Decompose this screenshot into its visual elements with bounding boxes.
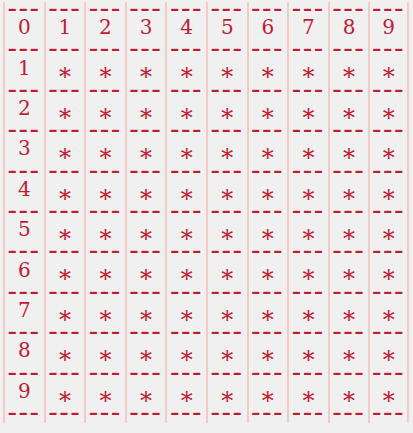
dash-separator: ––– xyxy=(208,2,247,15)
header-cell-value: 9 xyxy=(5,379,44,406)
grid-cell: –––* xyxy=(165,285,206,325)
hidden-cell-value: * xyxy=(46,96,85,123)
dash-separator: ––– xyxy=(167,2,206,15)
grid-cell: –––* xyxy=(368,366,409,406)
dash-separator: ––– xyxy=(249,406,288,419)
grid-cell: –––* xyxy=(125,123,166,163)
hidden-cell-value: * xyxy=(127,257,166,284)
grid-cell: –––* xyxy=(165,42,206,82)
dash-separator: ––– xyxy=(86,325,125,338)
hidden-cell-value: * xyxy=(167,257,206,284)
hidden-cell-value: * xyxy=(46,338,85,365)
grid-bottom-border-cell: ––– xyxy=(84,406,125,423)
grid-cell: –––* xyxy=(328,285,369,325)
grid-cell: –––6 xyxy=(3,244,44,284)
grid-cell: –––* xyxy=(287,123,328,163)
dash-separator: ––– xyxy=(370,42,407,55)
header-cell-value: 5 xyxy=(5,217,44,244)
grid-cell: –––* xyxy=(44,204,85,244)
dash-separator: ––– xyxy=(127,164,166,177)
dash-separator: ––– xyxy=(208,42,247,55)
hidden-cell-value: * xyxy=(249,379,288,406)
dash-separator: ––– xyxy=(289,42,328,55)
grid-cell: –––* xyxy=(206,164,247,204)
hidden-cell-value: * xyxy=(46,298,85,325)
dash-separator: ––– xyxy=(289,204,328,217)
grid-cell: –––* xyxy=(84,366,125,406)
dash-separator: ––– xyxy=(86,204,125,217)
hidden-cell-value: * xyxy=(289,379,328,406)
dash-separator: ––– xyxy=(46,204,85,217)
hidden-cell-value: * xyxy=(289,136,328,163)
hidden-cell-value: * xyxy=(86,298,125,325)
dash-separator: ––– xyxy=(5,406,44,419)
header-cell-value: 3 xyxy=(5,136,44,163)
dash-separator: ––– xyxy=(46,123,85,136)
dash-separator: ––– xyxy=(167,285,206,298)
dash-separator: ––– xyxy=(5,83,44,96)
dash-separator: ––– xyxy=(46,42,85,55)
dash-separator: ––– xyxy=(167,83,206,96)
hidden-cell-value: * xyxy=(46,379,85,406)
grid-cell: –––3 xyxy=(3,123,44,163)
dash-separator: ––– xyxy=(86,83,125,96)
dash-separator: ––– xyxy=(127,42,166,55)
hidden-cell-value: * xyxy=(167,55,206,82)
grid-cell: –––2 xyxy=(3,83,44,123)
hidden-cell-value: * xyxy=(249,257,288,284)
dash-separator: ––– xyxy=(127,406,166,419)
header-cell-value: 4 xyxy=(167,15,206,42)
hidden-cell-value: * xyxy=(330,217,369,244)
dash-separator: ––– xyxy=(330,244,369,257)
hidden-cell-value: * xyxy=(289,96,328,123)
grid-bottom-border-cell: ––– xyxy=(125,406,166,423)
grid-cell: –––* xyxy=(328,204,369,244)
dash-separator: ––– xyxy=(46,406,85,419)
dash-separator: ––– xyxy=(330,42,369,55)
dash-separator: ––– xyxy=(46,366,85,379)
hidden-cell-value: * xyxy=(86,96,125,123)
grid-cell: –––* xyxy=(368,164,409,204)
grid-cell: –––* xyxy=(84,42,125,82)
hidden-cell-value: * xyxy=(289,298,328,325)
grid-cell: –––* xyxy=(287,42,328,82)
dash-separator: ––– xyxy=(208,366,247,379)
header-cell-value: 5 xyxy=(208,15,247,42)
hidden-cell-value: * xyxy=(249,55,288,82)
grid-cell: –––4 xyxy=(165,2,206,42)
hidden-cell-value: * xyxy=(208,96,247,123)
grid-cell: –––* xyxy=(44,123,85,163)
grid-cell: –––* xyxy=(165,204,206,244)
dash-separator: ––– xyxy=(5,244,44,257)
grid-cell: –––* xyxy=(287,204,328,244)
grid-cell: –––* xyxy=(328,42,369,82)
grid-cell: –––1 xyxy=(44,2,85,42)
hidden-cell-value: * xyxy=(370,177,407,204)
dash-separator: ––– xyxy=(5,285,44,298)
dash-separator: ––– xyxy=(86,366,125,379)
hidden-cell-value: * xyxy=(249,96,288,123)
grid-cell: –––8 xyxy=(328,2,369,42)
grid-cell: –––6 xyxy=(247,2,288,42)
dash-separator: ––– xyxy=(208,285,247,298)
grid-cell: –––0 xyxy=(3,2,44,42)
hidden-cell-value: * xyxy=(330,136,369,163)
dash-separator: ––– xyxy=(167,406,206,419)
dash-separator: ––– xyxy=(249,204,288,217)
dash-separator: ––– xyxy=(167,366,206,379)
dash-separator: ––– xyxy=(5,366,44,379)
hidden-cell-value: * xyxy=(330,257,369,284)
header-cell-value: 4 xyxy=(5,177,44,204)
hidden-cell-value: * xyxy=(289,338,328,365)
grid-cell: –––3 xyxy=(125,2,166,42)
header-cell-value: 2 xyxy=(5,96,44,123)
grid-cell: –––* xyxy=(44,42,85,82)
dash-separator: ––– xyxy=(370,244,407,257)
hidden-cell-value: * xyxy=(127,177,166,204)
grid-cell: –––* xyxy=(84,164,125,204)
grid-bottom-border-cell: ––– xyxy=(247,406,288,423)
grid-cell: –––* xyxy=(206,325,247,365)
dash-separator: ––– xyxy=(127,325,166,338)
dash-separator: ––– xyxy=(289,366,328,379)
dash-separator: ––– xyxy=(208,164,247,177)
hidden-cell-value: * xyxy=(208,217,247,244)
dash-separator: ––– xyxy=(330,164,369,177)
hidden-cell-value: * xyxy=(46,136,85,163)
grid-cell: –––* xyxy=(125,325,166,365)
grid-cell: –––2 xyxy=(84,2,125,42)
hidden-cell-value: * xyxy=(208,379,247,406)
hidden-cell-value: * xyxy=(370,217,407,244)
hidden-cell-value: * xyxy=(330,338,369,365)
hidden-cell-value: * xyxy=(249,338,288,365)
hidden-cell-value: * xyxy=(127,338,166,365)
dash-separator: ––– xyxy=(167,244,206,257)
hidden-cell-value: * xyxy=(330,298,369,325)
dash-separator: ––– xyxy=(249,244,288,257)
hidden-cell-value: * xyxy=(86,177,125,204)
dash-separator: ––– xyxy=(46,164,85,177)
grid-bottom-border-cell: ––– xyxy=(165,406,206,423)
dash-separator: ––– xyxy=(208,244,247,257)
dash-separator: ––– xyxy=(249,83,288,96)
grid-cell: –––* xyxy=(84,285,125,325)
grid-cell: –––* xyxy=(247,123,288,163)
dash-separator: ––– xyxy=(167,42,206,55)
hidden-cell-value: * xyxy=(208,136,247,163)
grid-cell: –––* xyxy=(247,83,288,123)
dash-separator: ––– xyxy=(127,83,166,96)
hidden-cell-value: * xyxy=(167,379,206,406)
hidden-cell-value: * xyxy=(167,217,206,244)
grid-bottom-border-cell: ––– xyxy=(368,406,409,423)
dash-separator: ––– xyxy=(249,164,288,177)
dash-separator: ––– xyxy=(208,123,247,136)
hidden-cell-value: * xyxy=(208,55,247,82)
dash-separator: ––– xyxy=(46,2,85,15)
hidden-cell-value: * xyxy=(370,257,407,284)
hidden-cell-value: * xyxy=(249,217,288,244)
dash-separator: ––– xyxy=(86,42,125,55)
dash-separator: ––– xyxy=(127,244,166,257)
dash-separator: ––– xyxy=(249,366,288,379)
grid-bottom-border-cell: ––– xyxy=(3,406,44,423)
grid-cell: –––* xyxy=(368,244,409,284)
grid-cell: –––* xyxy=(44,83,85,123)
dash-separator: ––– xyxy=(86,406,125,419)
hidden-cell-value: * xyxy=(330,379,369,406)
hidden-cell-value: * xyxy=(86,136,125,163)
hidden-cell-value: * xyxy=(127,96,166,123)
hidden-cell-value: * xyxy=(249,136,288,163)
grid-cell: –––* xyxy=(165,366,206,406)
grid-cell: –––* xyxy=(328,366,369,406)
dash-separator: ––– xyxy=(5,325,44,338)
dash-separator: ––– xyxy=(86,2,125,15)
dash-separator: ––– xyxy=(370,204,407,217)
grid-cell: –––5 xyxy=(206,2,247,42)
header-cell-value: 7 xyxy=(5,298,44,325)
dash-separator: ––– xyxy=(5,2,44,15)
header-cell-value: 1 xyxy=(5,55,44,82)
grid-cell: –––* xyxy=(44,164,85,204)
hidden-cell-value: * xyxy=(86,338,125,365)
grid-cell: –––* xyxy=(206,42,247,82)
grid-bottom-border-cell: ––– xyxy=(44,406,85,423)
grid-cell: –––* xyxy=(165,123,206,163)
grid-cell: –––8 xyxy=(3,325,44,365)
grid-cell: –––7 xyxy=(287,2,328,42)
dash-separator: ––– xyxy=(249,285,288,298)
hidden-cell-value: * xyxy=(127,136,166,163)
hidden-cell-value: * xyxy=(86,217,125,244)
dash-separator: ––– xyxy=(289,244,328,257)
grid-cell: –––* xyxy=(84,83,125,123)
grid-cell: –––* xyxy=(247,42,288,82)
hidden-cell-value: * xyxy=(167,96,206,123)
dash-separator: ––– xyxy=(86,164,125,177)
dash-separator: ––– xyxy=(330,2,369,15)
dash-separator: ––– xyxy=(5,204,44,217)
grid-cell: –––* xyxy=(206,83,247,123)
hidden-cell-value: * xyxy=(86,257,125,284)
dash-separator: ––– xyxy=(167,123,206,136)
dash-separator: ––– xyxy=(370,83,407,96)
grid-cell: –––* xyxy=(247,244,288,284)
grid-cell: –––* xyxy=(206,244,247,284)
dash-separator: ––– xyxy=(289,325,328,338)
dash-separator: ––– xyxy=(127,285,166,298)
grid-cell: –––* xyxy=(165,244,206,284)
dash-separator: ––– xyxy=(5,164,44,177)
grid-cell: –––* xyxy=(328,123,369,163)
dash-separator: ––– xyxy=(289,406,328,419)
dash-separator: ––– xyxy=(167,164,206,177)
dash-separator: ––– xyxy=(46,285,85,298)
grid-cell: –––* xyxy=(125,42,166,82)
dash-separator: ––– xyxy=(289,2,328,15)
grid-cell: –––* xyxy=(368,123,409,163)
hidden-cell-value: * xyxy=(370,338,407,365)
grid-cell: –––* xyxy=(206,285,247,325)
hidden-cell-value: * xyxy=(370,96,407,123)
hidden-cell-value: * xyxy=(127,379,166,406)
grid-bottom-border-cell: ––– xyxy=(328,406,369,423)
hidden-cell-value: * xyxy=(127,55,166,82)
grid-cell: –––* xyxy=(287,366,328,406)
grid-cell: –––* xyxy=(287,83,328,123)
grid-cell: –––* xyxy=(44,244,85,284)
dash-separator: ––– xyxy=(370,285,407,298)
dash-separator: ––– xyxy=(330,366,369,379)
hidden-cell-value: * xyxy=(167,298,206,325)
hidden-cell-value: * xyxy=(289,177,328,204)
dash-separator: ––– xyxy=(370,123,407,136)
hidden-cell-value: * xyxy=(289,55,328,82)
grid-cell: –––* xyxy=(328,83,369,123)
grid-cell: –––* xyxy=(44,285,85,325)
grid-cell: –––* xyxy=(84,325,125,365)
dash-separator: ––– xyxy=(330,406,369,419)
grid-cell: –––* xyxy=(368,325,409,365)
hidden-cell-value: * xyxy=(167,177,206,204)
header-cell-value: 1 xyxy=(46,15,85,42)
grid-cell: –––* xyxy=(247,325,288,365)
hidden-cell-value: * xyxy=(330,96,369,123)
header-cell-value: 0 xyxy=(5,15,44,42)
grid-cell: –––* xyxy=(84,204,125,244)
grid-cell: –––* xyxy=(287,325,328,365)
header-cell-value: 8 xyxy=(330,15,369,42)
dash-separator: ––– xyxy=(289,164,328,177)
dash-separator: ––– xyxy=(208,325,247,338)
header-cell-value: 9 xyxy=(370,15,407,42)
grid-cell: –––* xyxy=(368,204,409,244)
grid-cell: –––5 xyxy=(3,204,44,244)
grid-cell: –––* xyxy=(368,42,409,82)
hidden-cell-value: * xyxy=(46,257,85,284)
header-cell-value: 3 xyxy=(127,15,166,42)
grid-cell: –––* xyxy=(328,325,369,365)
grid-cell: –––* xyxy=(125,164,166,204)
hidden-cell-value: * xyxy=(330,177,369,204)
grid-cell: –––* xyxy=(125,204,166,244)
hidden-cell-value: * xyxy=(330,55,369,82)
dash-separator: ––– xyxy=(370,366,407,379)
grid-cell: –––* xyxy=(84,123,125,163)
grid-cell: –––* xyxy=(125,244,166,284)
hidden-cell-value: * xyxy=(249,298,288,325)
grid-cell: –––* xyxy=(328,244,369,284)
grid-cell: –––* xyxy=(206,204,247,244)
hidden-cell-value: * xyxy=(208,257,247,284)
hidden-cell-value: * xyxy=(167,136,206,163)
grid-cell: –––* xyxy=(287,164,328,204)
dash-separator: ––– xyxy=(167,204,206,217)
grid-cell: –––* xyxy=(368,285,409,325)
hidden-cell-value: * xyxy=(208,177,247,204)
dash-separator: ––– xyxy=(86,244,125,257)
grid-cell: –––* xyxy=(84,244,125,284)
dash-separator: ––– xyxy=(330,83,369,96)
grid-cell: –––* xyxy=(44,366,85,406)
grid-cell: –––* xyxy=(247,164,288,204)
header-cell-value: 6 xyxy=(249,15,288,42)
grid-cell: –––* xyxy=(247,204,288,244)
dash-separator: ––– xyxy=(208,83,247,96)
hidden-cell-value: * xyxy=(249,177,288,204)
grid-cell: –––9 xyxy=(368,2,409,42)
dash-separator: ––– xyxy=(127,204,166,217)
hidden-cell-value: * xyxy=(127,217,166,244)
grid-cell: –––1 xyxy=(3,42,44,82)
hidden-cell-value: * xyxy=(289,217,328,244)
dash-separator: ––– xyxy=(249,42,288,55)
hidden-cell-value: * xyxy=(46,177,85,204)
grid-cell: –––* xyxy=(125,83,166,123)
hidden-cell-value: * xyxy=(370,379,407,406)
grid-cell: –––* xyxy=(125,366,166,406)
header-cell-value: 6 xyxy=(5,257,44,284)
dash-separator: ––– xyxy=(46,325,85,338)
dash-separator: ––– xyxy=(289,83,328,96)
hidden-cell-value: * xyxy=(370,55,407,82)
game-board: –––0–––1–––2–––3–––4–––5–––6–––7–––8–––9… xyxy=(3,2,409,423)
dash-separator: ––– xyxy=(208,406,247,419)
dash-separator: ––– xyxy=(370,406,407,419)
grid-cell: –––7 xyxy=(3,285,44,325)
hidden-cell-value: * xyxy=(370,298,407,325)
dash-separator: ––– xyxy=(330,325,369,338)
grid-cell: –––* xyxy=(44,325,85,365)
grid-cell: –––* xyxy=(247,366,288,406)
dash-separator: ––– xyxy=(86,123,125,136)
grid-cell: –––* xyxy=(328,164,369,204)
hidden-cell-value: * xyxy=(208,298,247,325)
dash-separator: ––– xyxy=(370,325,407,338)
grid-cell: –––9 xyxy=(3,366,44,406)
header-cell-value: 8 xyxy=(5,338,44,365)
dash-separator: ––– xyxy=(249,2,288,15)
grid-cell: –––* xyxy=(125,285,166,325)
hidden-cell-value: * xyxy=(86,55,125,82)
grid-cell: –––4 xyxy=(3,164,44,204)
header-cell-value: 7 xyxy=(289,15,328,42)
dash-separator: ––– xyxy=(167,325,206,338)
dash-separator: ––– xyxy=(127,366,166,379)
dash-separator: ––– xyxy=(330,204,369,217)
header-cell-value: 2 xyxy=(86,15,125,42)
dash-separator: ––– xyxy=(127,123,166,136)
dash-separator: ––– xyxy=(330,123,369,136)
grid-cell: –––* xyxy=(165,325,206,365)
grid-cell: –––* xyxy=(206,366,247,406)
dash-separator: ––– xyxy=(5,123,44,136)
dash-separator: ––– xyxy=(46,244,85,257)
grid-cell: –––* xyxy=(165,83,206,123)
hidden-cell-value: * xyxy=(289,257,328,284)
grid-cell: –––* xyxy=(287,244,328,284)
dash-separator: ––– xyxy=(127,2,166,15)
hidden-cell-value: * xyxy=(167,338,206,365)
grid-bottom-border-cell: ––– xyxy=(206,406,247,423)
dash-separator: ––– xyxy=(289,285,328,298)
dash-separator: ––– xyxy=(5,42,44,55)
